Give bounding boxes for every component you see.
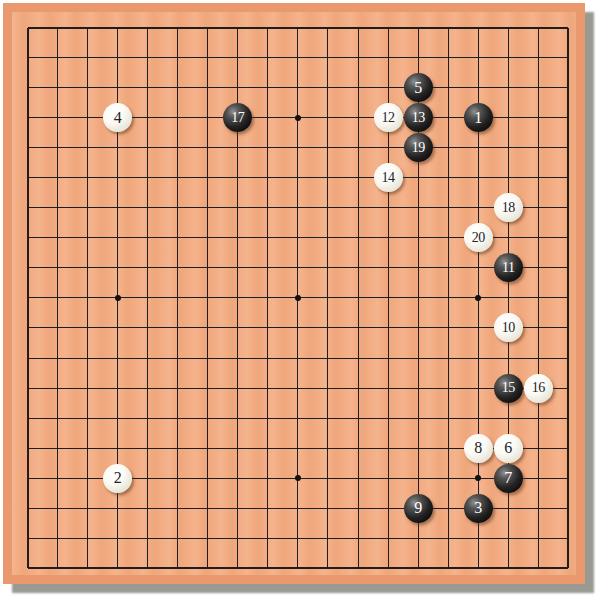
intersection[interactable] [313,553,343,583]
intersection[interactable] [313,283,343,313]
intersection[interactable] [553,133,583,163]
intersection[interactable]: 2 [103,463,133,493]
intersection[interactable] [313,13,343,43]
intersection[interactable] [163,73,193,103]
intersection[interactable] [133,463,163,493]
intersection[interactable] [193,343,223,373]
intersection[interactable] [553,553,583,583]
intersection[interactable]: 19 [403,133,433,163]
intersection[interactable] [193,193,223,223]
intersection[interactable] [343,403,373,433]
intersection[interactable] [343,223,373,253]
intersection[interactable] [373,433,403,463]
intersection[interactable] [253,553,283,583]
intersection[interactable] [223,463,253,493]
intersection[interactable] [433,493,463,523]
intersection[interactable] [463,553,493,583]
intersection[interactable] [103,433,133,463]
intersection[interactable] [463,193,493,223]
intersection[interactable] [103,193,133,223]
intersection[interactable] [553,313,583,343]
intersection[interactable] [313,43,343,73]
intersection[interactable] [283,193,313,223]
intersection[interactable] [433,133,463,163]
intersection[interactable]: 15 [493,373,523,403]
intersection[interactable] [403,523,433,553]
intersection[interactable] [463,253,493,283]
intersection[interactable] [403,463,433,493]
intersection[interactable] [133,343,163,373]
intersection[interactable] [43,553,73,583]
intersection[interactable] [193,373,223,403]
intersection[interactable] [523,463,553,493]
intersection[interactable] [13,43,43,73]
intersection[interactable] [223,73,253,103]
intersection[interactable] [223,343,253,373]
intersection[interactable] [103,163,133,193]
intersection[interactable] [13,403,43,433]
intersection[interactable] [163,13,193,43]
intersection[interactable] [223,433,253,463]
intersection[interactable] [283,253,313,283]
intersection[interactable] [133,13,163,43]
intersection[interactable] [373,343,403,373]
intersection[interactable] [133,133,163,163]
intersection[interactable] [523,433,553,463]
intersection[interactable] [103,343,133,373]
intersection[interactable] [373,13,403,43]
intersection[interactable] [403,433,433,463]
intersection[interactable] [13,163,43,193]
intersection[interactable] [73,73,103,103]
intersection[interactable] [43,313,73,343]
intersection[interactable] [73,343,103,373]
intersection[interactable] [193,283,223,313]
intersection[interactable] [523,523,553,553]
intersection[interactable] [313,523,343,553]
intersection[interactable] [313,193,343,223]
intersection[interactable] [133,373,163,403]
intersection[interactable] [43,103,73,133]
intersection[interactable] [283,463,313,493]
intersection[interactable] [433,463,463,493]
intersection[interactable] [553,343,583,373]
intersection[interactable] [13,313,43,343]
intersection[interactable] [553,373,583,403]
intersection[interactable] [43,253,73,283]
intersection[interactable] [493,163,523,193]
intersection[interactable] [343,433,373,463]
intersection[interactable]: 10 [493,313,523,343]
intersection[interactable] [223,193,253,223]
intersection[interactable] [283,133,313,163]
intersection[interactable] [493,43,523,73]
intersection[interactable] [433,73,463,103]
intersection[interactable] [523,73,553,103]
intersection[interactable] [523,223,553,253]
intersection[interactable] [163,403,193,433]
intersection[interactable] [553,433,583,463]
intersection[interactable] [373,43,403,73]
intersection[interactable] [313,163,343,193]
intersection[interactable] [493,523,523,553]
intersection[interactable] [133,253,163,283]
intersection[interactable] [523,193,553,223]
intersection[interactable] [163,433,193,463]
intersection[interactable] [433,523,463,553]
intersection[interactable] [103,313,133,343]
intersection[interactable] [283,313,313,343]
intersection[interactable] [193,433,223,463]
intersection[interactable] [223,253,253,283]
intersection[interactable] [103,373,133,403]
intersection[interactable]: 18 [493,193,523,223]
intersection[interactable] [553,43,583,73]
intersection[interactable] [313,373,343,403]
intersection[interactable] [253,373,283,403]
intersection[interactable] [523,43,553,73]
intersection[interactable] [13,133,43,163]
intersection[interactable] [493,283,523,313]
intersection[interactable] [523,313,553,343]
intersection[interactable] [73,463,103,493]
intersection[interactable]: 6 [493,433,523,463]
intersection[interactable] [313,463,343,493]
intersection[interactable] [403,193,433,223]
intersection[interactable] [253,223,283,253]
intersection[interactable] [493,223,523,253]
intersection[interactable] [523,283,553,313]
intersection[interactable] [463,313,493,343]
intersection[interactable] [253,283,283,313]
intersection[interactable] [553,523,583,553]
intersection[interactable] [223,403,253,433]
intersection[interactable] [133,103,163,133]
intersection[interactable] [343,493,373,523]
intersection[interactable] [103,13,133,43]
intersection[interactable] [523,103,553,133]
intersection[interactable] [493,493,523,523]
intersection[interactable] [463,403,493,433]
intersection[interactable] [73,193,103,223]
intersection[interactable] [163,163,193,193]
intersection[interactable] [343,553,373,583]
intersection[interactable]: 9 [403,493,433,523]
intersection[interactable] [313,433,343,463]
intersection[interactable] [403,43,433,73]
intersection[interactable] [163,343,193,373]
intersection[interactable] [133,313,163,343]
intersection[interactable] [103,523,133,553]
intersection[interactable] [73,523,103,553]
intersection[interactable] [43,43,73,73]
intersection[interactable] [193,463,223,493]
intersection[interactable] [253,433,283,463]
intersection[interactable] [373,493,403,523]
intersection[interactable] [13,463,43,493]
intersection[interactable] [343,43,373,73]
intersection[interactable]: 11 [493,253,523,283]
intersection[interactable] [403,313,433,343]
intersection[interactable] [403,283,433,313]
intersection[interactable] [313,133,343,163]
intersection[interactable] [433,373,463,403]
intersection[interactable] [283,43,313,73]
intersection[interactable] [403,553,433,583]
intersection[interactable] [193,403,223,433]
intersection[interactable] [163,223,193,253]
intersection[interactable] [463,43,493,73]
intersection[interactable] [283,523,313,553]
intersection[interactable]: 13 [403,103,433,133]
intersection[interactable] [103,43,133,73]
intersection[interactable] [373,253,403,283]
intersection[interactable] [253,73,283,103]
intersection[interactable] [463,133,493,163]
intersection[interactable] [493,343,523,373]
intersection[interactable]: 4 [103,103,133,133]
intersection[interactable] [523,13,553,43]
intersection[interactable] [373,553,403,583]
intersection[interactable] [103,133,133,163]
intersection[interactable] [253,133,283,163]
intersection[interactable] [73,43,103,73]
intersection[interactable] [403,163,433,193]
intersection[interactable] [13,193,43,223]
intersection[interactable] [193,253,223,283]
intersection[interactable] [13,373,43,403]
intersection[interactable] [163,283,193,313]
intersection[interactable] [43,133,73,163]
intersection[interactable] [373,193,403,223]
intersection[interactable] [493,103,523,133]
intersection[interactable] [133,553,163,583]
intersection[interactable] [493,133,523,163]
intersection[interactable]: 17 [223,103,253,133]
intersection[interactable] [223,373,253,403]
intersection[interactable]: 7 [493,463,523,493]
intersection[interactable] [433,253,463,283]
intersection[interactable] [553,493,583,523]
intersection[interactable] [193,553,223,583]
intersection[interactable] [373,283,403,313]
intersection[interactable] [73,163,103,193]
intersection[interactable] [43,523,73,553]
intersection[interactable] [43,463,73,493]
intersection[interactable] [193,493,223,523]
intersection[interactable] [313,223,343,253]
intersection[interactable]: 20 [463,223,493,253]
intersection[interactable] [373,73,403,103]
intersection[interactable] [283,223,313,253]
intersection[interactable] [493,403,523,433]
intersection[interactable] [313,343,343,373]
intersection[interactable] [73,13,103,43]
intersection[interactable] [133,433,163,463]
intersection[interactable] [13,433,43,463]
intersection[interactable] [13,523,43,553]
intersection[interactable] [103,493,133,523]
intersection[interactable] [493,73,523,103]
intersection[interactable] [343,523,373,553]
intersection[interactable] [283,373,313,403]
intersection[interactable] [343,283,373,313]
intersection[interactable] [553,403,583,433]
intersection[interactable] [403,13,433,43]
intersection[interactable] [253,163,283,193]
intersection[interactable] [523,163,553,193]
intersection[interactable] [13,253,43,283]
intersection[interactable] [553,103,583,133]
intersection[interactable] [163,553,193,583]
intersection[interactable] [43,223,73,253]
intersection[interactable] [313,253,343,283]
intersection[interactable] [193,523,223,553]
intersection[interactable] [463,343,493,373]
intersection[interactable] [463,13,493,43]
intersection[interactable] [313,103,343,133]
intersection[interactable] [433,283,463,313]
intersection[interactable] [553,253,583,283]
intersection[interactable] [553,193,583,223]
intersection[interactable] [253,43,283,73]
intersection[interactable] [403,403,433,433]
intersection[interactable] [133,163,163,193]
intersection[interactable]: 3 [463,493,493,523]
intersection[interactable] [493,553,523,583]
intersection[interactable] [373,403,403,433]
intersection[interactable] [463,283,493,313]
intersection[interactable] [433,223,463,253]
intersection[interactable] [253,13,283,43]
intersection[interactable] [13,493,43,523]
intersection[interactable] [73,373,103,403]
intersection[interactable] [463,163,493,193]
intersection[interactable] [163,133,193,163]
intersection[interactable] [223,313,253,343]
intersection[interactable] [343,373,373,403]
intersection[interactable] [553,163,583,193]
intersection[interactable] [253,253,283,283]
intersection[interactable] [523,253,553,283]
intersection[interactable] [73,253,103,283]
intersection[interactable] [163,373,193,403]
intersection[interactable] [433,13,463,43]
intersection[interactable] [343,313,373,343]
intersection[interactable] [523,133,553,163]
intersection[interactable] [13,343,43,373]
intersection[interactable] [523,493,553,523]
intersection[interactable] [223,133,253,163]
intersection[interactable] [103,253,133,283]
intersection[interactable] [343,343,373,373]
intersection[interactable] [43,343,73,373]
intersection[interactable] [313,403,343,433]
intersection[interactable] [43,373,73,403]
intersection[interactable] [43,163,73,193]
intersection[interactable] [223,223,253,253]
intersection[interactable] [343,163,373,193]
intersection[interactable] [433,433,463,463]
intersection[interactable] [283,163,313,193]
intersection[interactable] [373,373,403,403]
intersection[interactable] [463,463,493,493]
intersection[interactable] [433,553,463,583]
intersection[interactable] [133,403,163,433]
intersection[interactable] [433,313,463,343]
intersection[interactable] [553,463,583,493]
intersection[interactable] [13,13,43,43]
intersection[interactable] [433,193,463,223]
intersection[interactable] [343,133,373,163]
intersection[interactable] [253,313,283,343]
intersection[interactable] [373,133,403,163]
intersection[interactable] [13,103,43,133]
intersection[interactable] [403,253,433,283]
intersection[interactable] [253,463,283,493]
intersection[interactable] [283,283,313,313]
intersection[interactable] [43,403,73,433]
intersection[interactable] [133,523,163,553]
intersection[interactable] [553,283,583,313]
intersection[interactable] [43,13,73,43]
intersection[interactable] [283,403,313,433]
intersection[interactable] [463,73,493,103]
intersection[interactable] [193,13,223,43]
intersection[interactable] [163,43,193,73]
intersection[interactable] [283,103,313,133]
intersection[interactable] [133,73,163,103]
intersection[interactable] [253,103,283,133]
intersection[interactable] [163,463,193,493]
intersection[interactable] [163,103,193,133]
intersection[interactable] [223,43,253,73]
intersection[interactable] [133,43,163,73]
intersection[interactable] [433,103,463,133]
intersection[interactable] [193,223,223,253]
intersection[interactable] [223,283,253,313]
intersection[interactable] [13,223,43,253]
intersection[interactable] [283,433,313,463]
intersection[interactable] [13,283,43,313]
intersection[interactable] [73,493,103,523]
intersection[interactable] [133,223,163,253]
intersection[interactable] [193,313,223,343]
intersection[interactable] [313,73,343,103]
intersection[interactable] [223,523,253,553]
intersection[interactable] [43,73,73,103]
intersection[interactable] [373,223,403,253]
intersection[interactable] [253,493,283,523]
intersection[interactable] [73,313,103,343]
intersection[interactable]: 5 [403,73,433,103]
intersection[interactable] [73,133,103,163]
intersection[interactable]: 12 [373,103,403,133]
intersection[interactable] [343,73,373,103]
intersection[interactable] [193,73,223,103]
intersection[interactable] [433,163,463,193]
intersection[interactable]: 8 [463,433,493,463]
intersection[interactable] [13,553,43,583]
intersection[interactable] [73,103,103,133]
intersection[interactable] [163,523,193,553]
intersection[interactable] [73,433,103,463]
intersection[interactable] [553,73,583,103]
intersection[interactable] [43,283,73,313]
intersection[interactable] [373,523,403,553]
intersection[interactable] [433,403,463,433]
intersection[interactable] [223,163,253,193]
